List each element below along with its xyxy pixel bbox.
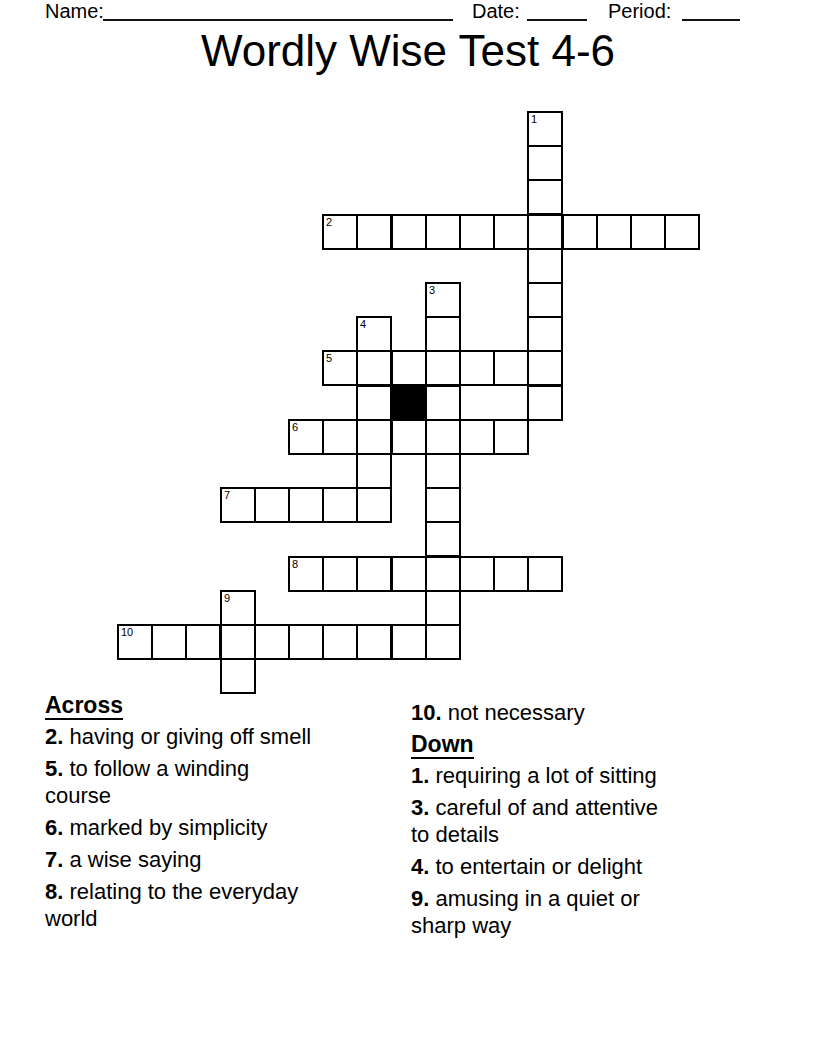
grid-cell-r13c5[interactable]: 8 <box>288 556 324 592</box>
clues-across-column: Across 2. having or giving off smell5. t… <box>45 692 390 937</box>
grid-cell-r9c5[interactable]: 6 <box>288 419 324 455</box>
grid-cell-r8c7[interactable] <box>356 385 392 421</box>
clues-down-column: 10. not necessary Down 1. requiring a lo… <box>411 699 771 944</box>
cell-number-8: 8 <box>292 558 298 570</box>
across-header: Across <box>45 692 390 719</box>
grid-cell-r5c9[interactable]: 3 <box>425 282 461 318</box>
grid-cell-r3c10[interactable] <box>459 214 495 250</box>
grid-cell-r13c8[interactable] <box>391 556 427 592</box>
clue-across-6: 6. marked by simplicity <box>45 814 390 841</box>
grid-cell-r7c11[interactable] <box>493 350 529 386</box>
date-blank-line[interactable] <box>527 0 587 21</box>
clue-across-8: 8. relating to the everydayworld <box>45 878 390 932</box>
grid-cell-r11c7[interactable] <box>356 487 392 523</box>
grid-cell-r3c9[interactable] <box>425 214 461 250</box>
cell-number-10: 10 <box>121 626 133 638</box>
cell-number-5: 5 <box>326 352 332 364</box>
cell-number-3: 3 <box>429 284 435 296</box>
grid-cell-r6c12[interactable] <box>527 316 563 352</box>
clue-down-1: 1. requiring a lot of sitting <box>411 762 771 789</box>
grid-cell-r9c7[interactable] <box>356 419 392 455</box>
period-label: Period: <box>608 0 671 22</box>
grid-cell-r11c9[interactable] <box>425 487 461 523</box>
grid-cell-r1c12[interactable] <box>527 145 563 181</box>
date-label: Date: <box>472 0 520 22</box>
grid-cell-r5c12[interactable] <box>527 282 563 318</box>
grid-cell-r9c9[interactable] <box>425 419 461 455</box>
grid-cell-r13c9[interactable] <box>425 556 461 592</box>
clue-across-10: 10. not necessary <box>411 699 771 726</box>
grid-cell-r3c14[interactable] <box>596 214 632 250</box>
grid-cell-r10c9[interactable] <box>425 453 461 489</box>
grid-cell-r15c8[interactable] <box>391 624 427 660</box>
grid-cell-r3c12[interactable] <box>527 214 563 250</box>
grid-cell-r13c12[interactable] <box>527 556 563 592</box>
grid-cell-r15c0[interactable]: 10 <box>117 624 153 660</box>
grid-cell-r16c3[interactable] <box>220 658 256 694</box>
grid-cell-r3c15[interactable] <box>630 214 666 250</box>
grid-cell-r11c5[interactable] <box>288 487 324 523</box>
grid-cell-r7c10[interactable] <box>459 350 495 386</box>
grid-cell-r9c11[interactable] <box>493 419 529 455</box>
grid-cell-r15c4[interactable] <box>254 624 290 660</box>
grid-cell-r9c8[interactable] <box>391 419 427 455</box>
grid-cell-r13c11[interactable] <box>493 556 529 592</box>
grid-cell-r14c3[interactable]: 9 <box>220 590 256 626</box>
crossword-worksheet: { "game": "crossword", "title": "Wordly … <box>0 0 816 1056</box>
clue-across-7: 7. a wise saying <box>45 846 390 873</box>
grid-cell-r11c4[interactable] <box>254 487 290 523</box>
grid-cell-r15c1[interactable] <box>151 624 187 660</box>
grid-cell-r12c9[interactable] <box>425 521 461 557</box>
across-overflow-clue-list: 10. not necessary <box>411 699 771 726</box>
cell-number-7: 7 <box>224 489 230 501</box>
clue-down-3: 3. careful of and attentiveto details <box>411 794 771 848</box>
clue-across-2: 2. having or giving off smell <box>45 723 390 750</box>
grid-cell-r15c7[interactable] <box>356 624 392 660</box>
clue-down-9: 9. amusing in a quiet orsharp way <box>411 885 771 939</box>
grid-cell-r10c7[interactable] <box>356 453 392 489</box>
grid-cell-r3c13[interactable] <box>562 214 598 250</box>
cell-number-1: 1 <box>531 113 537 125</box>
black-cell-r8c8 <box>391 385 427 421</box>
grid-cell-r7c7[interactable] <box>356 350 392 386</box>
grid-cell-r15c2[interactable] <box>185 624 221 660</box>
grid-cell-r9c6[interactable] <box>322 419 358 455</box>
grid-cell-r7c8[interactable] <box>391 350 427 386</box>
grid-cell-r2c12[interactable] <box>527 179 563 215</box>
cell-number-4: 4 <box>360 318 366 330</box>
clue-down-4: 4. to entertain or delight <box>411 853 771 880</box>
period-blank-line[interactable] <box>682 0 740 21</box>
grid-cell-r11c3[interactable]: 7 <box>220 487 256 523</box>
grid-cell-r7c12[interactable] <box>527 350 563 386</box>
clue-across-5: 5. to follow a windingcourse <box>45 755 390 809</box>
grid-cell-r6c9[interactable] <box>425 316 461 352</box>
page-title: Wordly Wise Test 4-6 <box>0 25 816 77</box>
grid-cell-r13c6[interactable] <box>322 556 358 592</box>
crossword-grid: 25678101349 <box>117 111 701 695</box>
cell-number-2: 2 <box>326 216 332 228</box>
grid-cell-r13c7[interactable] <box>356 556 392 592</box>
grid-cell-r3c6[interactable]: 2 <box>322 214 358 250</box>
name-label: Name: <box>45 0 104 22</box>
grid-cell-r7c9[interactable] <box>425 350 461 386</box>
grid-cell-r13c10[interactable] <box>459 556 495 592</box>
grid-cell-r3c8[interactable] <box>391 214 427 250</box>
cell-number-9: 9 <box>224 592 230 604</box>
grid-cell-r15c3[interactable] <box>220 624 256 660</box>
cell-number-6: 6 <box>292 421 298 433</box>
grid-cell-r0c12[interactable]: 1 <box>527 111 563 147</box>
name-blank-line[interactable] <box>103 0 453 21</box>
grid-cell-r8c9[interactable] <box>425 385 461 421</box>
grid-cell-r7c6[interactable]: 5 <box>322 350 358 386</box>
grid-cell-r9c10[interactable] <box>459 419 495 455</box>
grid-cell-r11c6[interactable] <box>322 487 358 523</box>
grid-cell-r15c6[interactable] <box>322 624 358 660</box>
across-clue-list: 2. having or giving off smell5. to follo… <box>45 723 390 932</box>
grid-cell-r3c16[interactable] <box>664 214 700 250</box>
grid-cell-r4c12[interactable] <box>527 248 563 284</box>
grid-cell-r3c7[interactable] <box>356 214 392 250</box>
grid-cell-r6c7[interactable]: 4 <box>356 316 392 352</box>
grid-cell-r3c11[interactable] <box>493 214 529 250</box>
down-clue-list: 1. requiring a lot of sitting3. careful … <box>411 762 771 939</box>
down-header: Down <box>411 731 771 758</box>
grid-cell-r15c5[interactable] <box>288 624 324 660</box>
grid-cell-r8c12[interactable] <box>527 385 563 421</box>
grid-cell-r14c9[interactable] <box>425 590 461 626</box>
grid-cell-r15c9[interactable] <box>425 624 461 660</box>
